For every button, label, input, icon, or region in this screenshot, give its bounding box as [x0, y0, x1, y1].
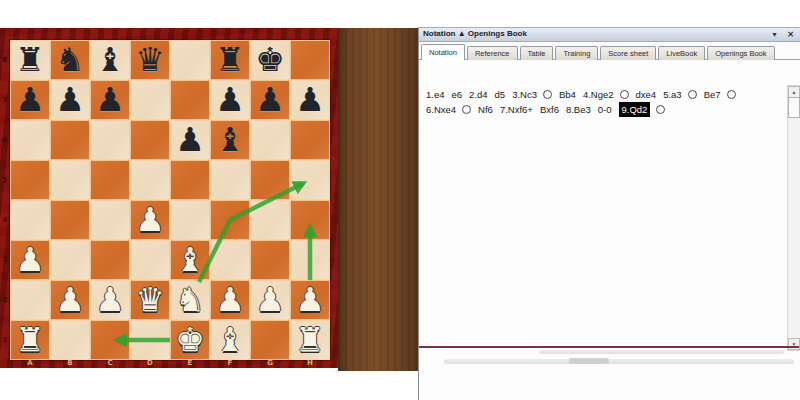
square-b4[interactable]: [50, 200, 90, 240]
desk-background: [338, 28, 418, 371]
book-move-icon[interactable]: [656, 105, 665, 114]
move[interactable]: 5.a3: [663, 87, 682, 102]
square-d1[interactable]: [130, 320, 170, 360]
piece-white-pawn: ♟: [290, 280, 330, 320]
move[interactable]: Be7: [704, 87, 721, 102]
piece-black-king: ♚: [250, 40, 290, 80]
piece-black-rook: ♜: [210, 40, 250, 80]
square-c6[interactable]: [90, 120, 130, 160]
square-a2[interactable]: [10, 280, 50, 320]
square-d3[interactable]: [130, 240, 170, 280]
piece-white-pawn: ♟: [250, 280, 290, 320]
square-d7[interactable]: [130, 80, 170, 120]
square-e6[interactable]: ♟: [170, 120, 210, 160]
piece-black-queen: ♛: [130, 40, 170, 80]
move[interactable]: d5: [495, 87, 506, 102]
square-d5[interactable]: [130, 160, 170, 200]
piece-black-bishop: ♝: [90, 40, 130, 80]
piece-black-pawn: ♟: [210, 80, 250, 120]
tab-livebook[interactable]: LiveBook: [658, 46, 705, 60]
rank-label-5: 5: [0, 176, 10, 184]
square-h5[interactable]: [290, 160, 330, 200]
move[interactable]: 6.Nxe4: [426, 102, 456, 117]
square-f2[interactable]: ♟: [210, 280, 250, 320]
square-e4[interactable]: [170, 200, 210, 240]
rank-label-4: 4: [0, 216, 10, 224]
move[interactable]: 8.Be3: [566, 102, 591, 117]
file-label-a: A: [10, 359, 50, 367]
square-f6[interactable]: ♝: [210, 120, 250, 160]
file-label-e: E: [170, 359, 210, 367]
square-e2[interactable]: ♞: [170, 280, 210, 320]
file-label-b: B: [50, 359, 90, 367]
square-h1[interactable]: ♜: [290, 320, 330, 360]
piece-black-pawn: ♟: [50, 80, 90, 120]
square-f7[interactable]: ♟: [210, 80, 250, 120]
square-a6[interactable]: [10, 120, 50, 160]
piece-white-pawn: ♟: [90, 280, 130, 320]
notation-area[interactable]: 1.e4e62.d4d53.Nc3Bb44.Nge2dxe45.a3Be76.N…: [419, 60, 784, 346]
rank-label-8: 8: [0, 56, 10, 64]
square-c2[interactable]: ♟: [90, 280, 130, 320]
book-move-icon[interactable]: [462, 105, 471, 114]
piece-white-pawn: ♟: [50, 280, 90, 320]
square-a4[interactable]: [10, 200, 50, 240]
tab-score-sheet[interactable]: Score sheet: [600, 46, 656, 60]
current-move[interactable]: 9.Qd2: [619, 102, 651, 117]
square-c1[interactable]: [90, 320, 130, 360]
move[interactable]: e6: [452, 87, 463, 102]
move[interactable]: 7.Nxf6+: [500, 102, 533, 117]
move[interactable]: 3.Nc3: [512, 87, 537, 102]
square-d4[interactable]: ♟: [130, 200, 170, 240]
move[interactable]: Bb4: [559, 87, 576, 102]
notation-moves: 1.e4e62.d4d53.Nc3Bb44.Nge2dxe45.a3Be76.N…: [426, 87, 778, 117]
close-icon[interactable]: ✕: [784, 29, 797, 40]
square-f3[interactable]: [210, 240, 250, 280]
square-d6[interactable]: [130, 120, 170, 160]
square-d8[interactable]: ♛: [130, 40, 170, 80]
faint-text-row: [569, 358, 609, 364]
app-window: ♜♞♝♛♜♚♟♟♟♟♟♟♟♝♟♟♝♟♟♛♞♟♟♟♜♚♝♜ 87654321 AB…: [0, 0, 800, 400]
notation-panel: Notation ▲ Openings Book ▾ ✕ NotationRef…: [418, 27, 800, 400]
piece-white-rook: ♜: [10, 320, 50, 360]
piece-black-pawn: ♟: [170, 120, 210, 160]
square-g8[interactable]: ♚: [250, 40, 290, 80]
file-label-g: G: [250, 359, 290, 367]
file-label-h: H: [290, 359, 330, 367]
move[interactable]: Bxf6: [540, 102, 559, 117]
square-h8[interactable]: [290, 40, 330, 80]
book-move-icon[interactable]: [688, 90, 697, 99]
square-h3[interactable]: [290, 240, 330, 280]
square-a7[interactable]: ♟: [10, 80, 50, 120]
piece-white-queen: ♛: [130, 280, 170, 320]
square-h6[interactable]: [290, 120, 330, 160]
square-b7[interactable]: ♟: [50, 80, 90, 120]
move[interactable]: 1.e4: [426, 87, 445, 102]
rank-label-1: 1: [0, 336, 10, 344]
square-g6[interactable]: [250, 120, 290, 160]
piece-white-pawn: ♟: [210, 280, 250, 320]
piece-white-knight: ♞: [170, 280, 210, 320]
faint-text-row: [444, 359, 794, 364]
piece-white-bishop: ♝: [210, 320, 250, 360]
square-e7[interactable]: [170, 80, 210, 120]
scroll-down-icon[interactable]: ▼: [788, 338, 800, 350]
pane-separator: [419, 346, 799, 348]
square-c3[interactable]: [90, 240, 130, 280]
rank-label-6: 6: [0, 136, 10, 144]
book-move-icon[interactable]: [620, 90, 629, 99]
rank-label-3: 3: [0, 256, 10, 264]
square-d2[interactable]: ♛: [130, 280, 170, 320]
piece-white-bishop: ♝: [170, 240, 210, 280]
square-g3[interactable]: [250, 240, 290, 280]
square-e1[interactable]: ♚: [170, 320, 210, 360]
square-b2[interactable]: ♟: [50, 280, 90, 320]
tab-notation[interactable]: Notation: [421, 44, 465, 60]
square-g4[interactable]: [250, 200, 290, 240]
piece-black-pawn: ♟: [250, 80, 290, 120]
file-label-c: C: [90, 359, 130, 367]
move[interactable]: 2.d4: [469, 87, 488, 102]
piece-white-pawn: ♟: [10, 240, 50, 280]
square-a8[interactable]: ♜: [10, 40, 50, 80]
square-h2[interactable]: ♟: [290, 280, 330, 320]
rank-label-2: 2: [0, 296, 10, 304]
square-b1[interactable]: [50, 320, 90, 360]
move[interactable]: Nf6: [478, 102, 493, 117]
square-f5[interactable]: [210, 160, 250, 200]
tab-training[interactable]: Training: [555, 46, 598, 60]
piece-white-pawn: ♟: [130, 200, 170, 240]
square-c4[interactable]: [90, 200, 130, 240]
square-f8[interactable]: ♜: [210, 40, 250, 80]
move[interactable]: dxe4: [636, 87, 657, 102]
piece-white-rook: ♜: [290, 320, 330, 360]
board-squares: ♜♞♝♛♜♚♟♟♟♟♟♟♟♝♟♟♝♟♟♛♞♟♟♟♜♚♝♜: [10, 40, 330, 360]
square-b8[interactable]: ♞: [50, 40, 90, 80]
piece-black-bishop: ♝: [210, 120, 250, 160]
tab-table[interactable]: Table: [520, 46, 554, 60]
square-a5[interactable]: [10, 160, 50, 200]
square-e3[interactable]: ♝: [170, 240, 210, 280]
square-h7[interactable]: ♟: [290, 80, 330, 120]
scroll-thumb[interactable]: [788, 97, 800, 118]
book-move-icon[interactable]: [727, 90, 736, 99]
square-c7[interactable]: ♟: [90, 80, 130, 120]
square-c5[interactable]: [90, 160, 130, 200]
tab-reference[interactable]: Reference: [467, 46, 518, 60]
square-c8[interactable]: ♝: [90, 40, 130, 80]
file-label-d: D: [130, 359, 170, 367]
chess-board-frame: ♜♞♝♛♜♚♟♟♟♟♟♟♟♝♟♟♝♟♟♛♞♟♟♟♜♚♝♜ 87654321 AB…: [0, 28, 338, 368]
piece-black-pawn: ♟: [90, 80, 130, 120]
tab-bar: NotationReferenceTableTrainingScore shee…: [419, 42, 800, 60]
square-h4[interactable]: [290, 200, 330, 240]
piece-black-pawn: ♟: [290, 80, 330, 120]
file-label-f: F: [210, 359, 250, 367]
square-g7[interactable]: ♟: [250, 80, 290, 120]
square-b6[interactable]: [50, 120, 90, 160]
square-b3[interactable]: [50, 240, 90, 280]
square-g5[interactable]: [250, 160, 290, 200]
faint-text-row: [539, 350, 784, 354]
rank-label-7: 7: [0, 96, 10, 104]
square-e8[interactable]: [170, 40, 210, 80]
piece-black-knight: ♞: [50, 40, 90, 80]
square-g1[interactable]: [250, 320, 290, 360]
square-f1[interactable]: ♝: [210, 320, 250, 360]
piece-black-rook: ♜: [10, 40, 50, 80]
book-move-icon[interactable]: [543, 90, 552, 99]
scrollbar[interactable]: ▲ ▼: [787, 85, 800, 351]
square-a3[interactable]: ♟: [10, 240, 50, 280]
move[interactable]: 4.Nge2: [583, 87, 614, 102]
square-a1[interactable]: ♜: [10, 320, 50, 360]
piece-black-pawn: ♟: [10, 80, 50, 120]
panel-title-bar[interactable]: Notation ▲ Openings Book ▾ ✕: [419, 28, 800, 42]
square-f4[interactable]: [210, 200, 250, 240]
tab-openings-book[interactable]: Openings Book: [707, 46, 774, 60]
piece-white-king: ♚: [170, 320, 210, 360]
panel-title: Notation ▲ Openings Book: [423, 29, 527, 38]
pin-icon[interactable]: ▾: [768, 29, 781, 40]
move[interactable]: 0-0: [598, 102, 612, 117]
square-e5[interactable]: [170, 160, 210, 200]
square-g2[interactable]: ♟: [250, 280, 290, 320]
square-b5[interactable]: [50, 160, 90, 200]
